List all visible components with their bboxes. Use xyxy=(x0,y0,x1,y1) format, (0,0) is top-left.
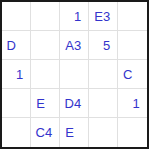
cell-r4c3: D4 xyxy=(60,89,89,118)
cell-digit: 4 xyxy=(74,97,87,110)
cell-digit: 4 xyxy=(45,126,58,139)
cell-r1c3: 1 xyxy=(60,2,89,31)
cell-digit: 1 xyxy=(16,68,29,81)
cell-r3c3[interactable] xyxy=(60,60,89,89)
cell-r5c2: C4 xyxy=(31,118,60,147)
cell-r4c4[interactable] xyxy=(89,89,118,118)
cell-r3c2[interactable] xyxy=(31,60,60,89)
cell-letter: E xyxy=(61,126,74,139)
cell-digit: 1 xyxy=(74,10,87,23)
cell-digit: 5 xyxy=(103,39,116,52)
cell-letter: E xyxy=(90,10,103,23)
cell-r1c5[interactable] xyxy=(118,2,147,31)
cell-letter: D xyxy=(61,97,74,110)
cell-letter: A xyxy=(61,39,74,52)
cell-r1c2[interactable] xyxy=(31,2,60,31)
cell-digit: 3 xyxy=(74,39,87,52)
cell-r1c4: E3 xyxy=(89,2,118,31)
cell-letter: E xyxy=(32,97,45,110)
cell-r2c4: 5 xyxy=(89,31,118,60)
eulero-board: 1 E3 D A3 5 1 C E D4 1 C4 E xyxy=(0,0,149,149)
cell-r5c3: E xyxy=(60,118,89,147)
cell-digit: 3 xyxy=(103,10,116,23)
cell-letter: C xyxy=(120,68,133,81)
cell-r5c1[interactable] xyxy=(2,118,31,147)
cell-r3c1: 1 xyxy=(2,60,31,89)
cell-r5c4[interactable] xyxy=(89,118,118,147)
cell-r4c2: E xyxy=(31,89,60,118)
cell-r2c5[interactable] xyxy=(118,31,147,60)
cell-r5c5[interactable] xyxy=(118,118,147,147)
cell-r2c1: D xyxy=(2,31,31,60)
cell-r3c5: C xyxy=(118,60,147,89)
cell-letter: D xyxy=(3,39,16,52)
cell-r2c3: A3 xyxy=(60,31,89,60)
cell-r2c2[interactable] xyxy=(31,31,60,60)
cell-letter: C xyxy=(32,126,45,139)
cell-digit: 1 xyxy=(133,97,146,110)
cell-r4c5: 1 xyxy=(118,89,147,118)
cell-r3c4[interactable] xyxy=(89,60,118,89)
cell-r1c1[interactable] xyxy=(2,2,31,31)
cell-r4c1[interactable] xyxy=(2,89,31,118)
